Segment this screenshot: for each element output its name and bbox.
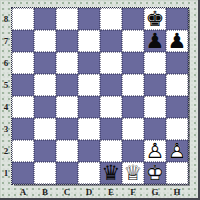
square-c2[interactable] [56, 140, 78, 162]
square-h1[interactable] [166, 162, 188, 184]
square-d2[interactable] [78, 140, 100, 162]
rank-label-1: 1 [0, 162, 12, 184]
square-a4[interactable] [12, 96, 34, 118]
square-d8[interactable] [78, 8, 100, 30]
square-e8[interactable] [100, 8, 122, 30]
square-c1[interactable] [56, 162, 78, 184]
square-a5[interactable] [12, 74, 34, 96]
square-g5[interactable] [144, 74, 166, 96]
square-g7[interactable]: ♟ [144, 30, 166, 52]
square-g2[interactable]: ♟♙ [144, 140, 166, 162]
square-a2[interactable] [12, 140, 34, 162]
square-h2[interactable]: ♟♙ [166, 140, 188, 162]
square-d3[interactable] [78, 118, 100, 140]
square-f7[interactable] [122, 30, 144, 52]
square-b5[interactable] [34, 74, 56, 96]
square-a3[interactable] [12, 118, 34, 140]
file-label-b: B [34, 185, 56, 198]
square-e3[interactable] [100, 118, 122, 140]
square-f5[interactable] [122, 74, 144, 96]
square-h4[interactable] [166, 96, 188, 118]
rank-label-8: 8 [0, 8, 12, 30]
square-d6[interactable] [78, 52, 100, 74]
file-label-d: D [78, 185, 100, 198]
rank-label-7: 7 [0, 30, 12, 52]
square-g3[interactable] [144, 118, 166, 140]
piece-black-king: ♚ [144, 8, 166, 30]
square-d5[interactable] [78, 74, 100, 96]
square-b6[interactable] [34, 52, 56, 74]
square-c7[interactable] [56, 30, 78, 52]
square-c3[interactable] [56, 118, 78, 140]
file-labels: ABCDEFGH [12, 185, 188, 198]
piece-black-queen: ♛ [100, 162, 122, 184]
square-f1[interactable]: ♛♕ [122, 162, 144, 184]
file-label-f: F [122, 185, 144, 198]
square-a1[interactable] [12, 162, 34, 184]
rank-label-5: 5 [0, 74, 12, 96]
square-f3[interactable] [122, 118, 144, 140]
square-h7[interactable]: ♟ [166, 30, 188, 52]
square-b7[interactable] [34, 30, 56, 52]
square-f6[interactable] [122, 52, 144, 74]
square-a6[interactable] [12, 52, 34, 74]
square-e2[interactable] [100, 140, 122, 162]
file-label-e: E [100, 185, 122, 198]
file-label-a: A [12, 185, 34, 198]
rank-label-4: 4 [0, 96, 12, 118]
piece-white-pawn: ♙ [166, 140, 188, 162]
chess-diagram-frame: 87654321 ♚♟♟♟♙♟♙♛♛♕♚♔ ABCDEFGH [0, 0, 200, 200]
square-e5[interactable] [100, 74, 122, 96]
square-a8[interactable] [12, 8, 34, 30]
square-g6[interactable] [144, 52, 166, 74]
square-c5[interactable] [56, 74, 78, 96]
file-label-c: C [56, 185, 78, 198]
square-b2[interactable] [34, 140, 56, 162]
square-c6[interactable] [56, 52, 78, 74]
square-d1[interactable] [78, 162, 100, 184]
piece-black-pawn: ♟ [166, 30, 188, 52]
square-g4[interactable] [144, 96, 166, 118]
square-e6[interactable] [100, 52, 122, 74]
square-c8[interactable] [56, 8, 78, 30]
chess-board: ♚♟♟♟♙♟♙♛♛♕♚♔ [12, 8, 188, 184]
square-g1[interactable]: ♚♔ [144, 162, 166, 184]
square-d7[interactable] [78, 30, 100, 52]
square-b8[interactable] [34, 8, 56, 30]
square-a7[interactable] [12, 30, 34, 52]
piece-white-pawn: ♙ [144, 140, 166, 162]
square-d4[interactable] [78, 96, 100, 118]
square-h6[interactable] [166, 52, 188, 74]
square-e4[interactable] [100, 96, 122, 118]
file-label-g: G [144, 185, 166, 198]
square-e7[interactable] [100, 30, 122, 52]
square-f8[interactable] [122, 8, 144, 30]
square-b3[interactable] [34, 118, 56, 140]
square-f4[interactable] [122, 96, 144, 118]
piece-white-queen: ♕ [122, 162, 144, 184]
file-label-h: H [166, 185, 188, 198]
square-f2[interactable] [122, 140, 144, 162]
rank-labels: 87654321 [0, 8, 12, 184]
rank-label-2: 2 [0, 140, 12, 162]
square-g8[interactable]: ♚ [144, 8, 166, 30]
square-b4[interactable] [34, 96, 56, 118]
square-h3[interactable] [166, 118, 188, 140]
rank-label-3: 3 [0, 118, 12, 140]
piece-black-pawn: ♟ [144, 30, 166, 52]
square-c4[interactable] [56, 96, 78, 118]
square-h5[interactable] [166, 74, 188, 96]
rank-label-6: 6 [0, 52, 12, 74]
square-h8[interactable] [166, 8, 188, 30]
piece-white-king: ♔ [144, 162, 166, 184]
square-b1[interactable] [34, 162, 56, 184]
square-e1[interactable]: ♛ [100, 162, 122, 184]
